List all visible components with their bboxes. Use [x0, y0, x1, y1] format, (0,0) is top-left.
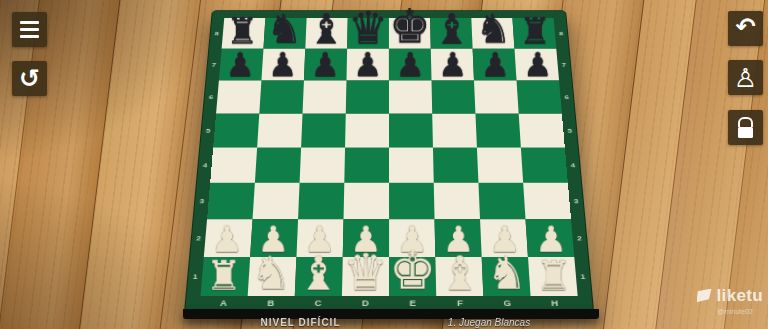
square-c5[interactable] [301, 114, 346, 148]
black-knight-g8[interactable]: ♞ [476, 11, 512, 48]
square-g5[interactable] [475, 114, 520, 148]
square-g7[interactable]: ♟ [473, 49, 517, 81]
rank-label-8: 8 [209, 18, 224, 49]
square-h1[interactable]: ♜ [528, 257, 578, 296]
white-knight-g1[interactable]: ♞ [487, 254, 527, 295]
square-b5[interactable] [257, 114, 302, 148]
square-b6[interactable] [259, 81, 304, 114]
square-b4[interactable] [255, 148, 301, 183]
square-c3[interactable] [298, 183, 344, 219]
chess-board[interactable]: ♜♞♝♛♚♝♞♜♟♟♟♟♟♟♟♟♟♟♟♟♟♟♟♟♜♞♝♛♚♝♞♜ ABCDEFG… [184, 10, 592, 310]
restart-button[interactable]: ↺ [12, 61, 47, 96]
square-a1[interactable]: ♜ [200, 257, 250, 296]
black-pawn-c7[interactable]: ♟ [310, 50, 339, 80]
square-c6[interactable] [303, 81, 347, 114]
square-a5[interactable] [213, 114, 259, 148]
white-king-e1[interactable]: ♚ [389, 247, 436, 295]
square-e3[interactable] [389, 183, 435, 219]
square-c7[interactable]: ♟ [304, 49, 347, 81]
black-pawn-d7[interactable]: ♟ [353, 50, 382, 80]
square-d6[interactable] [346, 81, 389, 114]
rank-label-7: 7 [556, 49, 571, 81]
white-bishop-f1[interactable]: ♝ [439, 252, 481, 295]
difficulty-label: NIVEL DIFÍCIL [228, 317, 373, 328]
square-g1[interactable]: ♞ [482, 257, 531, 296]
black-rook-h8[interactable]: ♜ [519, 15, 551, 48]
square-c1[interactable]: ♝ [295, 257, 343, 296]
board-frame: ♜♞♝♛♚♝♞♜♟♟♟♟♟♟♟♟♟♟♟♟♟♟♟♟♜♞♝♛♚♝♞♜ ABCDEFG… [184, 10, 594, 312]
square-b3[interactable] [253, 183, 300, 219]
square-f7[interactable]: ♟ [431, 49, 474, 81]
square-h6[interactable] [517, 81, 562, 114]
black-pawn-a7[interactable]: ♟ [225, 50, 254, 80]
white-pawn-a2[interactable]: ♟ [211, 223, 243, 256]
white-bishop-c1[interactable]: ♝ [297, 252, 339, 295]
square-e6[interactable] [389, 81, 432, 114]
square-f3[interactable] [434, 183, 480, 219]
square-a2[interactable]: ♟ [204, 219, 253, 257]
square-h5[interactable] [519, 114, 565, 148]
square-b1[interactable]: ♞ [248, 257, 297, 296]
square-d4[interactable] [344, 148, 389, 183]
white-pawn-h2[interactable]: ♟ [535, 223, 567, 256]
rank-label-6: 6 [559, 81, 575, 114]
board-grid[interactable]: ♜♞♝♛♚♝♞♜♟♟♟♟♟♟♟♟♟♟♟♟♟♟♟♟♜♞♝♛♚♝♞♜ [200, 18, 577, 296]
rank-label-5: 5 [562, 114, 578, 148]
square-a6[interactable] [216, 81, 261, 114]
hamburger-icon [20, 21, 39, 39]
black-pawn-h7[interactable]: ♟ [523, 50, 552, 80]
black-queen-d8[interactable]: ♛ [348, 7, 388, 48]
square-g3[interactable] [478, 183, 525, 219]
square-d3[interactable] [344, 183, 389, 219]
square-d5[interactable] [345, 114, 389, 148]
black-rook-a8[interactable]: ♜ [226, 15, 258, 48]
square-f1[interactable]: ♝ [435, 257, 483, 296]
square-h3[interactable] [523, 183, 571, 219]
pawn-icon: ♙ [734, 65, 757, 91]
black-pawn-e7[interactable]: ♟ [395, 50, 424, 80]
square-b7[interactable]: ♟ [261, 49, 305, 81]
square-a7[interactable]: ♟ [219, 49, 264, 81]
watermark-handle: @minute02 [717, 308, 753, 315]
square-e1[interactable]: ♚ [389, 257, 436, 296]
rank-label-1: 1 [574, 257, 591, 296]
square-f5[interactable] [432, 114, 477, 148]
square-f4[interactable] [433, 148, 478, 183]
square-d1[interactable]: ♛ [342, 257, 389, 296]
chess-board-scene: ♜♞♝♛♚♝♞♜♟♟♟♟♟♟♟♟♟♟♟♟♟♟♟♟♜♞♝♛♚♝♞♜ ABCDEFG… [199, 0, 577, 329]
black-pawn-b7[interactable]: ♟ [268, 50, 297, 80]
menu-button[interactable] [12, 12, 47, 47]
square-d7[interactable]: ♟ [346, 49, 389, 81]
white-rook-a1[interactable]: ♜ [206, 258, 243, 295]
watermark-brand: liketu [717, 286, 763, 306]
square-a3[interactable] [207, 183, 255, 219]
rank-label-8: 8 [554, 18, 569, 49]
watermark: liketu @minute02 [697, 286, 763, 315]
square-h7[interactable]: ♟ [514, 49, 559, 81]
lock-icon [738, 117, 753, 138]
lock-button[interactable] [728, 110, 763, 145]
black-pawn-f7[interactable]: ♟ [438, 50, 467, 80]
white-knight-b1[interactable]: ♞ [251, 254, 291, 295]
black-pawn-g7[interactable]: ♟ [481, 50, 510, 80]
square-g6[interactable] [474, 81, 519, 114]
square-e4[interactable] [389, 148, 434, 183]
square-h4[interactable] [521, 148, 568, 183]
undo-arrow-icon: ↶ [735, 15, 755, 39]
liketu-logo-icon [697, 289, 712, 304]
black-king-e8[interactable]: ♚ [389, 5, 431, 48]
rank-label-4: 4 [565, 148, 581, 183]
square-c4[interactable] [300, 148, 345, 183]
white-rook-h1[interactable]: ♜ [536, 258, 573, 295]
square-g4[interactable] [477, 148, 523, 183]
black-bishop-f8[interactable]: ♝ [433, 10, 470, 48]
square-h2[interactable]: ♟ [526, 219, 575, 257]
undo-button[interactable]: ↶ [728, 11, 763, 46]
square-e5[interactable] [389, 114, 433, 148]
black-knight-b8[interactable]: ♞ [267, 11, 303, 48]
square-e7[interactable]: ♟ [389, 49, 432, 81]
square-f6[interactable] [431, 81, 475, 114]
move-indicator: 1. Juegan Blancas [425, 317, 553, 328]
black-bishop-c8[interactable]: ♝ [307, 10, 344, 48]
restart-icon: ↺ [19, 66, 40, 91]
white-queen-d1[interactable]: ♛ [343, 249, 388, 295]
opponent-button[interactable]: ♙ [728, 60, 763, 95]
square-a4[interactable] [210, 148, 257, 183]
